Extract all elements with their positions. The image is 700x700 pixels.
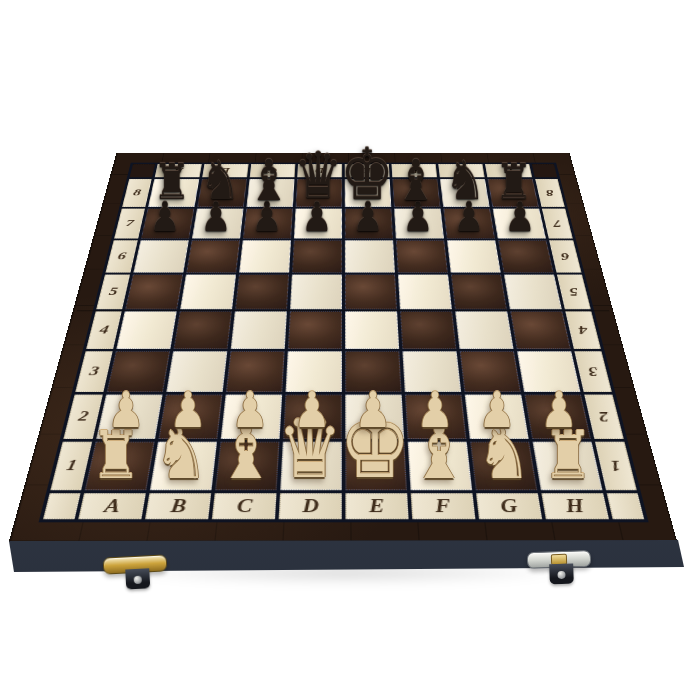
square-g5[interactable] bbox=[451, 275, 507, 310]
square-a4[interactable] bbox=[116, 311, 176, 349]
square-d5[interactable] bbox=[290, 275, 342, 310]
square-e2[interactable] bbox=[345, 395, 404, 439]
square-d7[interactable] bbox=[294, 209, 342, 239]
file-label-f-bottom: F bbox=[411, 493, 476, 519]
file-label-b-top: B bbox=[202, 164, 248, 177]
square-b1[interactable] bbox=[150, 442, 217, 491]
frame-corner bbox=[43, 493, 80, 519]
square-c6[interactable] bbox=[239, 240, 291, 272]
square-c1[interactable] bbox=[215, 442, 279, 491]
chess-set-photo: ABCDEFGH8877665544332211ABCDEFGH ♜♞♝♛♚♝♞… bbox=[0, 0, 700, 700]
file-label-f-top: F bbox=[391, 164, 437, 177]
file-label-d-top: D bbox=[297, 164, 342, 177]
clasp-right-pin bbox=[557, 571, 565, 579]
rank-label-4-right: 4 bbox=[565, 311, 601, 349]
square-h8[interactable] bbox=[488, 179, 539, 207]
square-a5[interactable] bbox=[125, 275, 183, 310]
clasp-right bbox=[527, 550, 592, 569]
rank-label-2-right: 2 bbox=[584, 395, 624, 439]
square-e7[interactable] bbox=[345, 209, 393, 239]
chess-board-grid: ABCDEFGH8877665544332211ABCDEFGH bbox=[39, 163, 649, 523]
square-h3[interactable] bbox=[517, 351, 580, 392]
square-b2[interactable] bbox=[158, 395, 222, 439]
square-b5[interactable] bbox=[180, 275, 236, 310]
square-a2[interactable] bbox=[96, 395, 162, 439]
frame-corner bbox=[607, 493, 645, 519]
square-g7[interactable] bbox=[443, 209, 495, 239]
square-e1[interactable] bbox=[345, 442, 407, 491]
file-label-g-bottom: G bbox=[476, 493, 542, 519]
square-e5[interactable] bbox=[345, 275, 397, 310]
rank-label-3-right: 3 bbox=[574, 351, 611, 392]
clasp-left-pin bbox=[134, 576, 142, 584]
square-e3[interactable] bbox=[345, 351, 401, 392]
rank-label-1-right: 1 bbox=[595, 442, 637, 491]
file-label-c-bottom: C bbox=[212, 493, 277, 519]
square-h7[interactable] bbox=[493, 209, 546, 239]
file-label-d-bottom: D bbox=[279, 493, 342, 519]
rank-label-8-right: 8 bbox=[535, 179, 565, 207]
square-a8[interactable] bbox=[148, 179, 199, 207]
square-f4[interactable] bbox=[400, 311, 456, 349]
square-e4[interactable] bbox=[345, 311, 399, 349]
frame-corner bbox=[532, 164, 557, 177]
square-d1[interactable] bbox=[280, 442, 342, 491]
file-label-e-top: E bbox=[345, 164, 390, 177]
rank-label-7-left: 7 bbox=[114, 209, 145, 239]
square-h4[interactable] bbox=[510, 311, 571, 349]
clasp-left bbox=[103, 554, 168, 574]
square-b8[interactable] bbox=[197, 179, 247, 207]
rank-label-5-right: 5 bbox=[557, 275, 591, 310]
rank-label-6-left: 6 bbox=[105, 240, 137, 272]
square-g3[interactable] bbox=[460, 351, 521, 392]
file-label-a-bottom: A bbox=[78, 493, 146, 519]
file-label-h-top: H bbox=[485, 164, 532, 177]
file-label-b-bottom: B bbox=[145, 493, 211, 519]
square-h2[interactable] bbox=[524, 395, 590, 439]
square-c3[interactable] bbox=[226, 351, 285, 392]
square-a1[interactable] bbox=[85, 442, 155, 491]
square-g6[interactable] bbox=[447, 240, 501, 272]
file-label-a-top: A bbox=[155, 164, 202, 177]
file-label-h-bottom: H bbox=[541, 493, 609, 519]
square-c4[interactable] bbox=[231, 311, 287, 349]
rank-label-6-right: 6 bbox=[549, 240, 581, 272]
square-h6[interactable] bbox=[498, 240, 554, 272]
square-h5[interactable] bbox=[504, 275, 562, 310]
square-f8[interactable] bbox=[392, 179, 440, 207]
square-f2[interactable] bbox=[405, 395, 466, 439]
file-label-c-top: C bbox=[250, 164, 296, 177]
square-f7[interactable] bbox=[394, 209, 444, 239]
square-f3[interactable] bbox=[402, 351, 461, 392]
file-label-g-top: G bbox=[438, 164, 484, 177]
board-frame: ABCDEFGH8877665544332211ABCDEFGH bbox=[9, 153, 678, 543]
fold-seam bbox=[77, 310, 610, 311]
square-b6[interactable] bbox=[186, 240, 240, 272]
chess-board: ABCDEFGH8877665544332211ABCDEFGH bbox=[9, 153, 678, 543]
square-b7[interactable] bbox=[192, 209, 244, 239]
frame-corner bbox=[130, 164, 155, 177]
rank-label-7-right: 7 bbox=[542, 209, 573, 239]
square-d6[interactable] bbox=[292, 240, 342, 272]
square-b3[interactable] bbox=[166, 351, 227, 392]
square-g1[interactable] bbox=[470, 442, 537, 491]
square-b4[interactable] bbox=[173, 311, 231, 349]
square-c5[interactable] bbox=[235, 275, 289, 310]
square-f6[interactable] bbox=[396, 240, 448, 272]
square-d8[interactable] bbox=[296, 179, 343, 207]
square-a7[interactable] bbox=[141, 209, 194, 239]
square-g8[interactable] bbox=[440, 179, 490, 207]
square-a3[interactable] bbox=[107, 351, 170, 392]
square-g2[interactable] bbox=[465, 395, 529, 439]
square-c2[interactable] bbox=[221, 395, 282, 439]
file-label-e-bottom: E bbox=[345, 493, 408, 519]
clasp-left-hook bbox=[125, 568, 150, 589]
square-d2[interactable] bbox=[283, 395, 342, 439]
rank-label-8-left: 8 bbox=[122, 179, 152, 207]
square-h1[interactable] bbox=[533, 442, 603, 491]
square-f1[interactable] bbox=[408, 442, 472, 491]
square-c7[interactable] bbox=[243, 209, 293, 239]
square-e8[interactable] bbox=[345, 179, 392, 207]
square-a6[interactable] bbox=[133, 240, 188, 272]
square-d3[interactable] bbox=[286, 351, 342, 392]
square-f5[interactable] bbox=[398, 275, 452, 310]
square-g4[interactable] bbox=[455, 311, 513, 349]
square-d4[interactable] bbox=[288, 311, 342, 349]
rank-label-5-left: 5 bbox=[96, 275, 130, 310]
square-c8[interactable] bbox=[246, 179, 294, 207]
square-e6[interactable] bbox=[345, 240, 395, 272]
clasp-right-hook bbox=[549, 564, 574, 585]
